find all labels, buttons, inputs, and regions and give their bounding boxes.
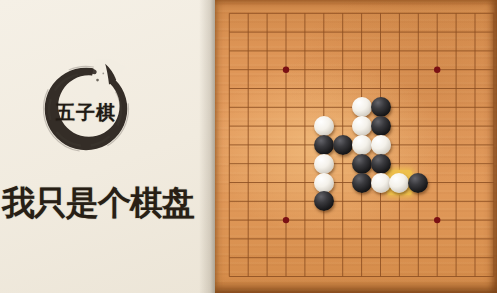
star-point [434,217,440,223]
stone-white-I8 [371,135,391,155]
stone-white-H10 [352,97,372,117]
stone-white-F6 [314,173,334,193]
tagline-calligraphy: 我只是个棋盘 [0,184,201,224]
logo-title: 五子棋 [36,102,136,124]
star-point [434,67,440,73]
stone-white-H8 [352,135,372,155]
stone-black-I7 [371,154,391,174]
app-container: 五子棋 我只是个棋盘 [0,0,497,293]
panel-edge-shadow [199,0,215,293]
stone-black-I10 [371,97,391,117]
stone-black-F8 [314,135,334,155]
stone-black-G8 [333,135,353,155]
stone-black-K6 [408,173,428,193]
gomoku-board[interactable] [215,0,497,293]
stone-white-I6 [371,173,391,193]
stone-black-F5 [314,191,334,211]
stone-black-I9 [371,116,391,136]
left-panel: 五子棋 我只是个棋盘 [0,0,215,293]
stone-white-J6 [389,173,409,193]
stone-white-H9 [352,116,372,136]
stone-white-F7 [314,154,334,174]
stone-black-H6 [352,173,372,193]
stone-black-H7 [352,154,372,174]
star-point [283,217,289,223]
stone-white-F9 [314,116,334,136]
star-point [283,67,289,73]
